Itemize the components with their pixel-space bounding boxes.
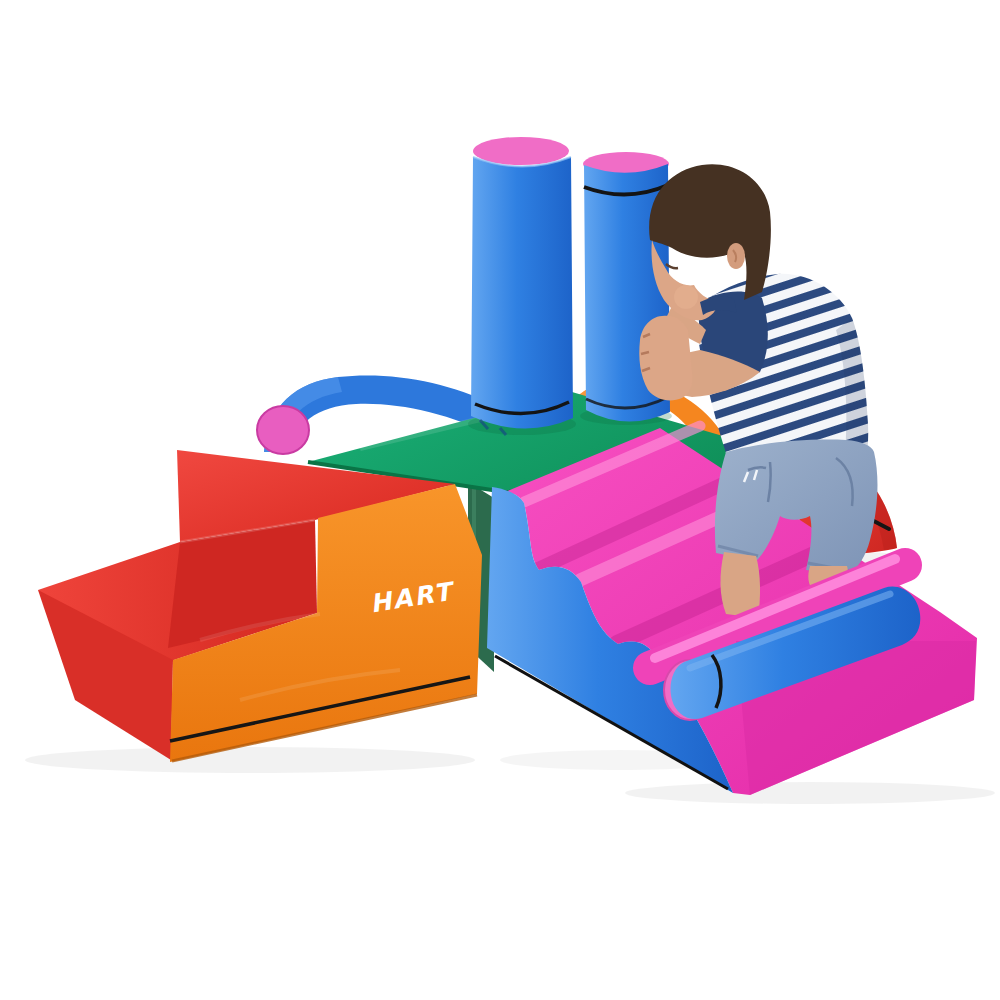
product-photo-stage: HART [0,0,1000,1000]
step-block-piece: HART [38,450,482,762]
child-hand [639,316,692,401]
cylinder-left-piece [471,137,573,435]
arch-end-cap [257,406,309,454]
soft-play-set: HART [0,0,1000,1000]
